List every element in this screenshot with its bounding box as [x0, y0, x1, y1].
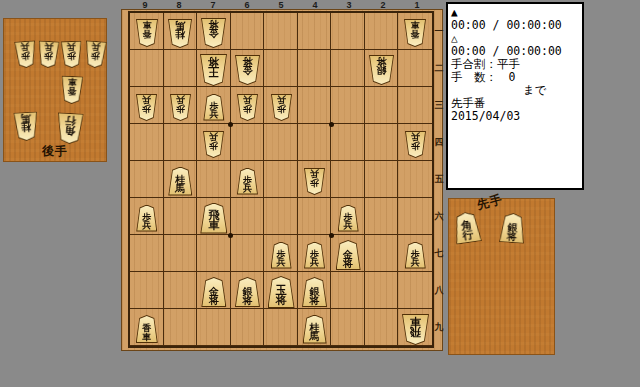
file-coordinates: 987654321 — [128, 1, 434, 10]
rank-label: 三 — [434, 87, 444, 124]
hand-piece-gote-角行[interactable]: 角行 — [56, 112, 84, 144]
file-label: 8 — [162, 1, 196, 10]
star-point — [329, 122, 334, 127]
hand-piece-gote-桂馬[interactable]: 桂馬 — [13, 111, 38, 141]
rank-label: 八 — [434, 272, 444, 309]
hand-piece-gote-香車[interactable]: 香車 — [61, 76, 84, 105]
square-4一[interactable] — [298, 13, 332, 50]
square-3二[interactable] — [331, 50, 365, 87]
square-8八[interactable] — [164, 272, 198, 309]
square-5六[interactable] — [264, 198, 298, 235]
rank-label: 六 — [434, 198, 444, 235]
move-count-line: 手 数： 0 — [451, 71, 582, 84]
square-5二[interactable] — [264, 50, 298, 87]
square-3一[interactable] — [331, 13, 365, 50]
square-4三[interactable] — [298, 87, 332, 124]
square-8九[interactable] — [164, 309, 198, 346]
square-3三[interactable] — [331, 87, 365, 124]
square-4四[interactable] — [298, 124, 332, 161]
rank-label: 二 — [434, 50, 444, 87]
hand-piece-sente-角行[interactable]: 角行 — [452, 210, 482, 244]
square-7五[interactable] — [197, 161, 231, 198]
star-point — [228, 122, 233, 127]
square-6四[interactable] — [231, 124, 265, 161]
sente-hand-tray: 先手 角行銀将 — [448, 198, 555, 355]
hand-piece-gote-歩兵[interactable]: 歩兵 — [61, 41, 83, 69]
square-8四[interactable] — [164, 124, 198, 161]
square-5五[interactable] — [264, 161, 298, 198]
square-3八[interactable] — [331, 272, 365, 309]
square-2一[interactable] — [365, 13, 399, 50]
square-1八[interactable] — [398, 272, 432, 309]
hand-piece-gote-歩兵[interactable]: 歩兵 — [84, 40, 107, 68]
info-panel: ▲ 00:00 / 00:00:00 △ 00:00 / 00:00:00 手合… — [446, 2, 584, 190]
square-2七[interactable] — [365, 235, 399, 272]
sente-tray-label: 先手 — [475, 191, 505, 214]
file-label: 9 — [128, 1, 162, 10]
hand-piece-gote-歩兵[interactable]: 歩兵 — [37, 40, 59, 68]
square-3五[interactable] — [331, 161, 365, 198]
square-2五[interactable] — [365, 161, 399, 198]
square-8七[interactable] — [164, 235, 198, 272]
kifu-viewer-window: 後手 歩兵歩兵歩兵歩兵香車桂馬角行 987654321 一二三四五六七八九 香車… — [0, 0, 640, 387]
rank-label: 七 — [434, 235, 444, 272]
file-label: 4 — [298, 1, 332, 10]
square-6六[interactable] — [231, 198, 265, 235]
square-8二[interactable] — [164, 50, 198, 87]
rank-coordinates: 一二三四五六七八九 — [434, 13, 444, 346]
square-6一[interactable] — [231, 13, 265, 50]
square-3九[interactable] — [331, 309, 365, 346]
gote-tray-label: 後手 — [42, 143, 68, 160]
rank-label: 四 — [434, 124, 444, 161]
square-2三[interactable] — [365, 87, 399, 124]
gote-hand-tray: 後手 歩兵歩兵歩兵歩兵香車桂馬角行 — [3, 18, 107, 162]
square-2六[interactable] — [365, 198, 399, 235]
file-label: 5 — [264, 1, 298, 10]
star-point — [329, 233, 334, 238]
square-9七[interactable] — [130, 235, 164, 272]
rank-label: 五 — [434, 161, 444, 198]
file-label: 2 — [366, 1, 400, 10]
square-9二[interactable] — [130, 50, 164, 87]
square-4六[interactable] — [298, 198, 332, 235]
shogi-board: 987654321 一二三四五六七八九 香車桂馬金将香車王将金将銀将歩兵歩兵歩兵… — [121, 9, 443, 351]
rank-label: 九 — [434, 309, 444, 346]
square-1五[interactable] — [398, 161, 432, 198]
square-1二[interactable] — [398, 50, 432, 87]
square-9四[interactable] — [130, 124, 164, 161]
square-2四[interactable] — [365, 124, 399, 161]
square-3四[interactable] — [331, 124, 365, 161]
square-2八[interactable] — [365, 272, 399, 309]
file-label: 6 — [230, 1, 264, 10]
square-5一[interactable] — [264, 13, 298, 50]
star-point — [228, 233, 233, 238]
sente-clock: 00:00 / 00:00:00 — [451, 19, 582, 32]
square-5九[interactable] — [264, 309, 298, 346]
square-6七[interactable] — [231, 235, 265, 272]
square-1六[interactable] — [398, 198, 432, 235]
square-7七[interactable] — [197, 235, 231, 272]
file-label: 7 — [196, 1, 230, 10]
board-grid: 香車桂馬金将香車王将金将銀将歩兵歩兵歩兵歩兵歩兵歩兵歩兵桂馬歩兵歩兵歩兵飛車歩兵… — [128, 11, 434, 348]
square-8六[interactable] — [164, 198, 198, 235]
hand-piece-sente-銀将[interactable]: 銀将 — [499, 212, 526, 244]
square-1三[interactable] — [398, 87, 432, 124]
square-2九[interactable] — [365, 309, 399, 346]
file-label: 3 — [332, 1, 366, 10]
square-9五[interactable] — [130, 161, 164, 198]
square-6九[interactable] — [231, 309, 265, 346]
square-7九[interactable] — [197, 309, 231, 346]
square-4二[interactable] — [298, 50, 332, 87]
game-date: 2015/04/03 — [451, 110, 582, 123]
square-5四[interactable] — [264, 124, 298, 161]
square-9八[interactable] — [130, 272, 164, 309]
hand-piece-gote-歩兵[interactable]: 歩兵 — [14, 40, 37, 68]
file-label: 1 — [400, 1, 434, 10]
rank-label: 一 — [434, 13, 444, 50]
